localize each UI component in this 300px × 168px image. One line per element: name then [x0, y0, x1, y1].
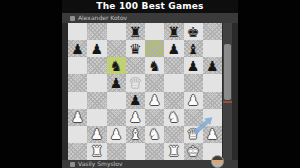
- square-h5[interactable]: [203, 74, 222, 91]
- square-g3[interactable]: [184, 109, 203, 126]
- white-knight[interactable]: ♞: [145, 126, 164, 143]
- black-pawn[interactable]: ♟: [203, 57, 222, 74]
- white-knight[interactable]: ♞: [164, 109, 183, 126]
- square-e7[interactable]: [145, 40, 164, 57]
- white-queen[interactable]: ♛: [184, 126, 203, 143]
- white-pawn[interactable]: ♟: [145, 92, 164, 109]
- square-f2[interactable]: [164, 126, 183, 143]
- square-d8[interactable]: ♜: [126, 23, 145, 40]
- white-rook[interactable]: ♜: [164, 143, 183, 160]
- square-e4[interactable]: ♟: [145, 92, 164, 109]
- square-d1[interactable]: [126, 143, 145, 160]
- square-c5[interactable]: ♟: [107, 74, 126, 91]
- square-f7[interactable]: ♟: [164, 40, 183, 57]
- black-rook[interactable]: ♜: [164, 23, 183, 40]
- black-pawn[interactable]: ♟: [68, 40, 87, 57]
- square-g4[interactable]: ♟: [184, 92, 203, 109]
- square-b7[interactable]: ♟: [87, 40, 106, 57]
- square-h3[interactable]: [203, 109, 222, 126]
- black-bishop[interactable]: ♝: [184, 40, 203, 57]
- letterbox-left: [0, 0, 62, 168]
- square-a2[interactable]: [68, 126, 87, 143]
- black-pawn[interactable]: ♟: [184, 57, 203, 74]
- square-e8[interactable]: [145, 23, 164, 40]
- black-pawn[interactable]: ♟: [164, 40, 183, 57]
- square-e2[interactable]: ♞: [145, 126, 164, 143]
- square-f8[interactable]: ♜: [164, 23, 183, 40]
- square-c8[interactable]: [107, 23, 126, 40]
- square-b8[interactable]: [87, 23, 106, 40]
- white-bishop[interactable]: ♝: [126, 126, 145, 143]
- square-d5[interactable]: ♛: [126, 74, 145, 91]
- letterbox-right: [238, 0, 300, 168]
- chess-app-window: The 100 Best Games Alexander Kotov ♜♜♚♟♟…: [62, 0, 238, 168]
- square-e5[interactable]: [145, 74, 164, 91]
- square-f5[interactable]: [164, 74, 183, 91]
- white-pawn[interactable]: ♟: [68, 109, 87, 126]
- square-a3[interactable]: ♟: [68, 109, 87, 126]
- black-queen[interactable]: ♛: [126, 40, 145, 57]
- black-rook[interactable]: ♜: [126, 23, 145, 40]
- square-d4[interactable]: ♟: [126, 92, 145, 109]
- scrollbar-marker: [223, 101, 232, 103]
- square-b4[interactable]: [87, 92, 106, 109]
- square-c2[interactable]: ♟: [107, 126, 126, 143]
- square-a8[interactable]: [68, 23, 87, 40]
- player-name-top: Alexander Kotov: [78, 15, 127, 21]
- white-pawn[interactable]: ♟: [87, 126, 106, 143]
- player-bar-top: Alexander Kotov: [62, 13, 238, 23]
- square-f1[interactable]: ♜: [164, 143, 183, 160]
- square-d2[interactable]: ♝: [126, 126, 145, 143]
- black-knight[interactable]: ♞: [107, 57, 126, 74]
- square-f4[interactable]: [164, 92, 183, 109]
- avatar-icon: [70, 16, 75, 21]
- square-e6[interactable]: ♞: [145, 57, 164, 74]
- black-king[interactable]: ♚: [184, 23, 203, 40]
- square-b6[interactable]: [87, 57, 106, 74]
- square-c3[interactable]: [107, 109, 126, 126]
- square-c1[interactable]: [107, 143, 126, 160]
- square-a5[interactable]: [68, 74, 87, 91]
- white-pawn[interactable]: ♟: [184, 92, 203, 109]
- square-g6[interactable]: ♟: [184, 57, 203, 74]
- square-a4[interactable]: [68, 92, 87, 109]
- square-h4[interactable]: [203, 92, 222, 109]
- avatar-icon: [70, 162, 75, 167]
- square-b1[interactable]: ♜: [87, 143, 106, 160]
- square-a6[interactable]: [68, 57, 87, 74]
- square-c7[interactable]: [107, 40, 126, 57]
- player-name-bottom: Vasily Smyslov: [78, 161, 122, 167]
- video-frame: The 100 Best Games Alexander Kotov ♜♜♚♟♟…: [0, 0, 300, 168]
- square-d6[interactable]: [126, 57, 145, 74]
- square-b2[interactable]: ♟: [87, 126, 106, 143]
- square-f3[interactable]: ♞: [164, 109, 183, 126]
- chess-board[interactable]: ♜♜♚♟♟♛♟♝♞♞♟♟♟♛♟♟♟♟♟♞♟♟♝♞♛♟♜♜♚: [68, 23, 222, 160]
- white-pawn[interactable]: ♟: [126, 109, 145, 126]
- white-rook[interactable]: ♜: [87, 143, 106, 160]
- square-h6[interactable]: ♟: [203, 57, 222, 74]
- square-g1[interactable]: ♚: [184, 143, 203, 160]
- player-photo-avatar: [211, 155, 224, 168]
- square-c6[interactable]: ♞: [107, 57, 126, 74]
- black-pawn[interactable]: ♟: [126, 92, 145, 109]
- square-c4[interactable]: [107, 92, 126, 109]
- page-title: The 100 Best Games: [62, 0, 238, 13]
- square-b5[interactable]: [87, 74, 106, 91]
- square-e3[interactable]: [145, 109, 164, 126]
- black-knight[interactable]: ♞: [145, 57, 164, 74]
- square-h2[interactable]: ♟: [203, 126, 222, 143]
- square-d3[interactable]: ♟: [126, 109, 145, 126]
- scrollbar-thumb[interactable]: [224, 44, 231, 100]
- square-g2[interactable]: ♛: [184, 126, 203, 143]
- square-a7[interactable]: ♟: [68, 40, 87, 57]
- square-e1[interactable]: [145, 143, 164, 160]
- square-h7[interactable]: [203, 40, 222, 57]
- black-pawn[interactable]: ♟: [87, 40, 106, 57]
- white-king[interactable]: ♚: [184, 143, 203, 160]
- white-pawn[interactable]: ♟: [203, 126, 222, 143]
- square-f6[interactable]: [164, 57, 183, 74]
- scrollbar[interactable]: [223, 23, 232, 160]
- square-a1[interactable]: [68, 143, 87, 160]
- ghost-piece: ♛: [126, 74, 145, 91]
- square-b3[interactable]: [87, 109, 106, 126]
- square-g7[interactable]: ♝: [184, 40, 203, 57]
- square-h8[interactable]: [203, 23, 222, 40]
- white-pawn[interactable]: ♟: [107, 126, 126, 143]
- square-d7[interactable]: ♛: [126, 40, 145, 57]
- square-g5[interactable]: [184, 74, 203, 91]
- square-g8[interactable]: ♚: [184, 23, 203, 40]
- black-pawn[interactable]: ♟: [107, 74, 126, 91]
